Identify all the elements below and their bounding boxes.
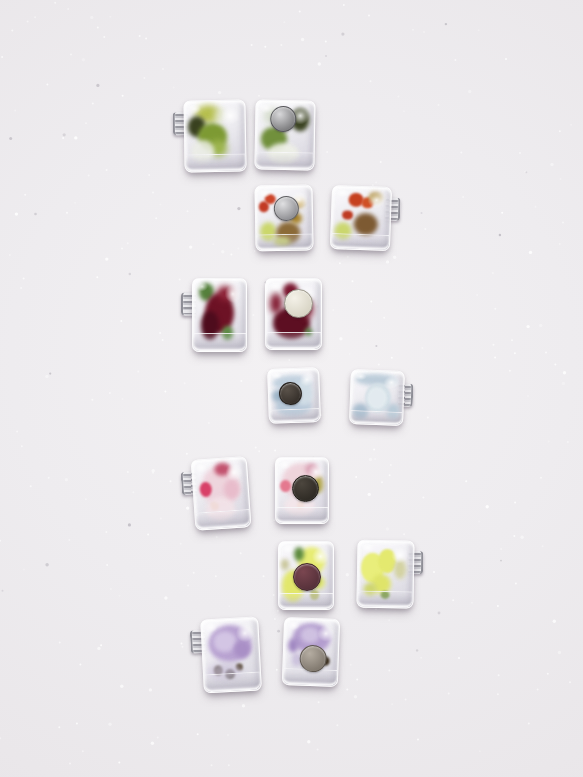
cube-glass-body [254, 99, 315, 170]
resin-cube-rose-left [192, 278, 245, 350]
magnet-disc [292, 475, 319, 502]
photo-canvas [0, 0, 583, 777]
cube-glass-body [191, 456, 252, 531]
cube-front-facet [185, 153, 245, 171]
flower-inclusion [288, 638, 298, 653]
cube-front-facet [255, 152, 313, 170]
resin-cube-pink-right [275, 457, 327, 522]
cube-glass-body [278, 541, 334, 610]
glass-highlight [257, 187, 274, 199]
resin-cube-berry-right [330, 185, 390, 249]
cube-glass-body [192, 278, 247, 352]
cube-glass-body [275, 457, 329, 524]
magnet-disc [273, 195, 298, 220]
cube-front-facet [270, 408, 320, 423]
cube-glass-body [200, 616, 262, 693]
magnet-disc [270, 106, 296, 132]
flower-inclusion [280, 480, 290, 492]
cube-glass-body [254, 184, 313, 251]
cube-glass-body [282, 617, 340, 687]
cube-front-facet [357, 590, 412, 607]
cube-front-facet [256, 234, 312, 251]
cube-front-facet [331, 233, 389, 250]
cube-glass-body [349, 369, 405, 426]
resin-cube-purple-right [282, 617, 338, 685]
cube-front-facet [279, 593, 333, 609]
cube-front-facet [266, 332, 321, 349]
resin-cube-rose-right [265, 278, 320, 348]
magnet-disc [299, 644, 327, 672]
resin-cube-berry-left [254, 185, 311, 250]
resin-cube-yellow-left [278, 541, 332, 608]
cube-glass-body [183, 99, 246, 172]
resin-cube-purple-left [200, 617, 260, 692]
glass-highlight [267, 280, 284, 293]
cube-front-facet [276, 507, 328, 523]
cube-front-facet [195, 509, 250, 530]
resin-cube-yellow-right [356, 540, 412, 607]
resin-cube-pink-left [191, 456, 250, 529]
cube-glass-body [267, 367, 321, 424]
resin-cube-green-left [183, 99, 244, 170]
magnet-disc [293, 563, 321, 591]
cube-glass-body [265, 278, 322, 350]
flower-inclusion [342, 210, 353, 220]
glass-highlight [277, 459, 293, 471]
cube-front-facet [193, 333, 246, 351]
resin-cube-blue-left [267, 367, 319, 422]
cube-front-facet [204, 672, 261, 692]
flower-inclusion [353, 213, 378, 236]
cube-front-facet [350, 410, 402, 425]
flower-inclusion [281, 559, 289, 570]
resin-cube-green-right [254, 99, 313, 168]
glass-highlight [359, 542, 376, 554]
cube-glass-body [356, 540, 414, 609]
glass-highlight [269, 370, 284, 380]
cube-glass-body [330, 185, 392, 251]
glass-highlight [353, 371, 369, 381]
resin-cube-blue-right [349, 369, 403, 424]
glass-highlight [362, 187, 391, 214]
